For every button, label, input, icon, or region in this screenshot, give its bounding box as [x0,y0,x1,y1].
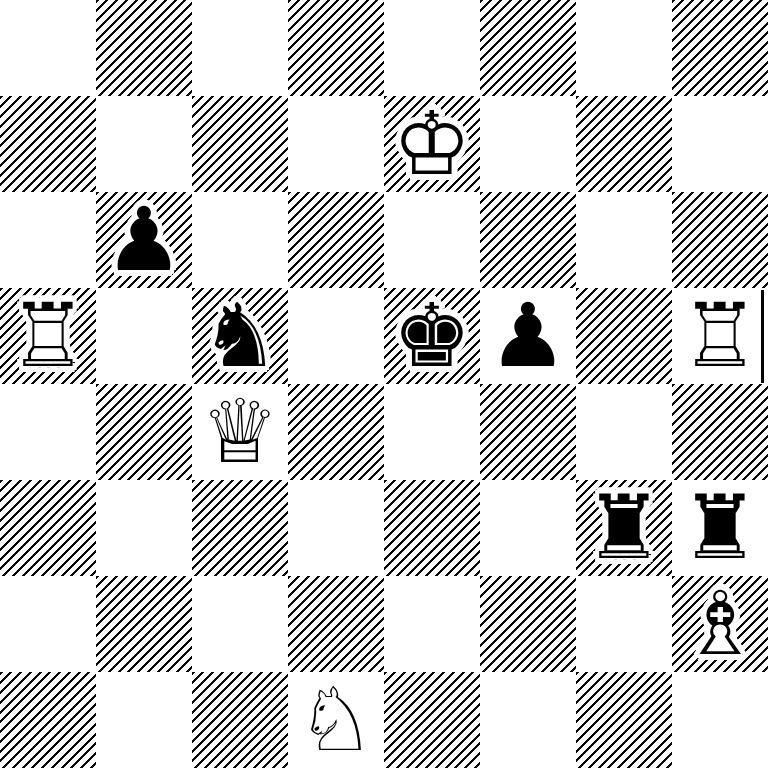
square-f4[interactable] [480,384,576,480]
piece-glyph: ♚ [384,288,480,384]
square-d4[interactable] [288,384,384,480]
square-c3[interactable] [192,480,288,576]
square-g7[interactable] [576,96,672,192]
chess-diagram: ♚♔♟♟♜♖♞♞♚♚♟♟♜♖♛♕♜♜♜♜♝♗♞♘ [0,0,768,768]
square-g5[interactable] [576,288,672,384]
square-a2[interactable] [0,576,96,672]
square-b6[interactable]: ♟♟ [96,192,192,288]
square-e6[interactable] [384,192,480,288]
white-knight-d1[interactable]: ♞♘ [288,672,384,768]
square-c1[interactable] [192,672,288,768]
piece-glyph: ♟ [480,288,576,384]
square-c6[interactable] [192,192,288,288]
square-a1[interactable] [0,672,96,768]
white-rook-a5[interactable]: ♜♖ [0,288,96,384]
board-edge-line [761,290,764,383]
square-h2[interactable]: ♝♗ [672,576,768,672]
white-queen-c4[interactable]: ♛♕ [192,384,288,480]
square-b7[interactable] [96,96,192,192]
piece-glyph: ♘ [288,672,384,768]
white-rook-h5[interactable]: ♜♖ [672,288,768,384]
square-g4[interactable] [576,384,672,480]
square-e7[interactable]: ♚♔ [384,96,480,192]
square-b3[interactable] [96,480,192,576]
square-d7[interactable] [288,96,384,192]
piece-glyph: ♟ [96,192,192,288]
square-e2[interactable] [384,576,480,672]
square-a4[interactable] [0,384,96,480]
square-d5[interactable] [288,288,384,384]
square-g1[interactable] [576,672,672,768]
square-f6[interactable] [480,192,576,288]
square-c5[interactable]: ♞♞ [192,288,288,384]
square-f2[interactable] [480,576,576,672]
black-pawn-b6[interactable]: ♟♟ [96,192,192,288]
square-f5[interactable]: ♟♟ [480,288,576,384]
square-h7[interactable] [672,96,768,192]
white-bishop-h2[interactable]: ♝♗ [672,576,768,672]
square-f1[interactable] [480,672,576,768]
square-g3[interactable]: ♜♜ [576,480,672,576]
square-e1[interactable] [384,672,480,768]
square-d6[interactable] [288,192,384,288]
square-e5[interactable]: ♚♚ [384,288,480,384]
square-a3[interactable] [0,480,96,576]
square-c4[interactable]: ♛♕ [192,384,288,480]
square-h4[interactable] [672,384,768,480]
piece-glyph: ♖ [672,288,768,384]
square-h8[interactable] [672,0,768,96]
square-g8[interactable] [576,0,672,96]
black-king-e5[interactable]: ♚♚ [384,288,480,384]
square-c2[interactable] [192,576,288,672]
piece-glyph: ♜ [672,480,768,576]
square-h1[interactable] [672,672,768,768]
white-king-e7[interactable]: ♚♔ [384,96,480,192]
square-a7[interactable] [0,96,96,192]
square-d8[interactable] [288,0,384,96]
square-a8[interactable] [0,0,96,96]
square-h5[interactable]: ♜♖ [672,288,768,384]
square-d3[interactable] [288,480,384,576]
black-rook-g3[interactable]: ♜♜ [576,480,672,576]
square-c8[interactable] [192,0,288,96]
piece-glyph: ♞ [192,288,288,384]
square-a6[interactable] [0,192,96,288]
square-f3[interactable] [480,480,576,576]
square-f8[interactable] [480,0,576,96]
square-b1[interactable] [96,672,192,768]
square-b2[interactable] [96,576,192,672]
piece-glyph: ♔ [384,96,480,192]
black-knight-c5[interactable]: ♞♞ [192,288,288,384]
square-a5[interactable]: ♜♖ [0,288,96,384]
square-b8[interactable] [96,0,192,96]
square-c7[interactable] [192,96,288,192]
square-h6[interactable] [672,192,768,288]
square-d2[interactable] [288,576,384,672]
square-e4[interactable] [384,384,480,480]
piece-glyph: ♕ [192,384,288,480]
square-h3[interactable]: ♜♜ [672,480,768,576]
square-f7[interactable] [480,96,576,192]
square-b5[interactable] [96,288,192,384]
square-g2[interactable] [576,576,672,672]
piece-glyph: ♜ [576,480,672,576]
black-pawn-f5[interactable]: ♟♟ [480,288,576,384]
piece-glyph: ♗ [672,576,768,672]
square-b4[interactable] [96,384,192,480]
square-e3[interactable] [384,480,480,576]
square-d1[interactable]: ♞♘ [288,672,384,768]
piece-glyph: ♖ [0,288,96,384]
square-g6[interactable] [576,192,672,288]
chess-board: ♚♔♟♟♜♖♞♞♚♚♟♟♜♖♛♕♜♜♜♜♝♗♞♘ [0,0,768,768]
square-e8[interactable] [384,0,480,96]
black-rook-h3[interactable]: ♜♜ [672,480,768,576]
